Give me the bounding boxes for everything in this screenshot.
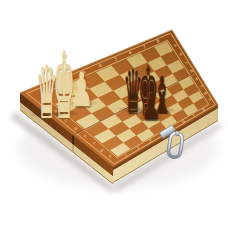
chess-board: aa88bb77cc66dd55ee44ff33gg22hh11: [0, 0, 228, 228]
chess-set-product-photo: aa88bb77cc66dd55ee44ff33gg22hh11 ♟♛♝♚♚♛♟: [0, 0, 228, 228]
